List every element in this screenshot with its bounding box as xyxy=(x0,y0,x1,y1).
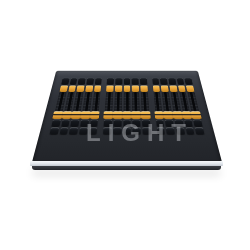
fader-knob-groove xyxy=(53,114,63,115)
lower-button[interactable] xyxy=(90,119,98,126)
top-button[interactable] xyxy=(152,78,159,85)
lower-button[interactable] xyxy=(71,119,80,126)
fader-knob[interactable] xyxy=(113,111,122,119)
fader-track xyxy=(123,92,131,119)
fader-track xyxy=(141,92,150,119)
flash-button[interactable] xyxy=(124,86,131,92)
fader-group xyxy=(103,78,151,136)
lower-button[interactable] xyxy=(61,119,70,126)
fader-group xyxy=(152,78,205,136)
top-button[interactable] xyxy=(115,78,122,85)
lower-button[interactable] xyxy=(123,119,131,126)
fader-strips-panel xyxy=(49,78,205,136)
bottom-key[interactable] xyxy=(69,127,78,134)
fader-knob[interactable] xyxy=(90,111,100,119)
flash-button[interactable] xyxy=(178,86,186,92)
lower-button[interactable] xyxy=(113,119,121,126)
fader-knob-groove xyxy=(72,114,81,115)
fader-knob-groove xyxy=(90,114,99,115)
bottom-key[interactable] xyxy=(49,127,58,134)
bottom-key[interactable] xyxy=(113,127,121,134)
lower-button[interactable] xyxy=(142,119,150,126)
bottom-key[interactable] xyxy=(79,127,88,134)
flash-button[interactable] xyxy=(115,86,122,92)
lower-button[interactable] xyxy=(104,119,112,126)
top-button[interactable] xyxy=(86,78,94,85)
top-button[interactable] xyxy=(107,78,114,85)
fader-group xyxy=(49,78,102,136)
console-top-surface xyxy=(32,71,222,162)
fader-knob[interactable] xyxy=(104,111,114,119)
fader-knob-groove xyxy=(154,114,163,115)
lower-button[interactable] xyxy=(133,119,141,126)
flash-button[interactable] xyxy=(140,86,147,92)
top-button[interactable] xyxy=(124,78,131,85)
fader-knob-groove xyxy=(104,114,113,115)
console-underside-shadow xyxy=(32,166,221,170)
lower-button[interactable] xyxy=(193,119,202,126)
lower-button[interactable] xyxy=(156,119,164,126)
fader-knob-groove xyxy=(132,114,141,115)
fader-track xyxy=(104,92,113,119)
top-button[interactable] xyxy=(168,78,176,85)
bottom-key[interactable] xyxy=(142,127,150,134)
flash-button[interactable] xyxy=(153,86,161,92)
product-photo: LIGHT xyxy=(0,0,250,250)
fader-knob[interactable] xyxy=(132,111,141,119)
top-button[interactable] xyxy=(61,78,69,85)
fader-strip xyxy=(103,78,114,136)
top-button[interactable] xyxy=(132,78,139,85)
fader-strip xyxy=(123,78,131,136)
flash-button[interactable] xyxy=(85,86,93,92)
top-button[interactable] xyxy=(70,78,78,85)
fader-knob-groove xyxy=(164,114,173,115)
top-button[interactable] xyxy=(185,78,193,85)
flash-button[interactable] xyxy=(161,86,169,92)
flash-button[interactable] xyxy=(59,86,67,92)
flash-button[interactable] xyxy=(132,86,139,92)
fader-knob[interactable] xyxy=(191,111,202,119)
bottom-key[interactable] xyxy=(166,127,175,134)
bottom-key[interactable] xyxy=(103,127,111,134)
fader-knob[interactable] xyxy=(141,111,151,119)
lower-button[interactable] xyxy=(80,119,89,126)
flash-button[interactable] xyxy=(77,86,85,92)
flash-button[interactable] xyxy=(169,86,177,92)
fader-knob-groove xyxy=(113,114,122,115)
bottom-key[interactable] xyxy=(176,127,185,134)
lower-button[interactable] xyxy=(51,119,60,126)
flash-button[interactable] xyxy=(94,86,102,92)
fader-knob-groove xyxy=(191,114,201,115)
bottom-key[interactable] xyxy=(156,127,165,134)
fader-track xyxy=(114,92,122,119)
fader-knob-groove xyxy=(62,114,71,115)
fader-knob-groove xyxy=(173,114,182,115)
flash-button[interactable] xyxy=(106,86,113,92)
lower-button[interactable] xyxy=(165,119,174,126)
lower-button[interactable] xyxy=(184,119,193,126)
top-button[interactable] xyxy=(95,78,102,85)
bottom-key[interactable] xyxy=(89,127,98,134)
bottom-key[interactable] xyxy=(123,127,131,134)
fader-knob-groove xyxy=(182,114,191,115)
top-button[interactable] xyxy=(140,78,147,85)
bottom-key[interactable] xyxy=(185,127,194,134)
lower-button[interactable] xyxy=(175,119,184,126)
bottom-key[interactable] xyxy=(195,127,204,134)
fader-knob-groove xyxy=(141,114,150,115)
fader-track xyxy=(132,92,140,119)
bottom-key[interactable] xyxy=(59,127,68,134)
top-button[interactable] xyxy=(160,78,168,85)
fader-knob-groove xyxy=(81,114,90,115)
fader-strip xyxy=(113,78,122,136)
top-button[interactable] xyxy=(176,78,184,85)
flash-button[interactable] xyxy=(68,86,76,92)
fader-knob-groove xyxy=(122,114,131,115)
flash-button[interactable] xyxy=(186,86,194,92)
fader-track xyxy=(91,92,101,119)
fader-strip xyxy=(140,78,151,136)
bottom-key[interactable] xyxy=(133,127,141,134)
top-button[interactable] xyxy=(78,78,86,85)
fader-knob[interactable] xyxy=(122,111,131,119)
